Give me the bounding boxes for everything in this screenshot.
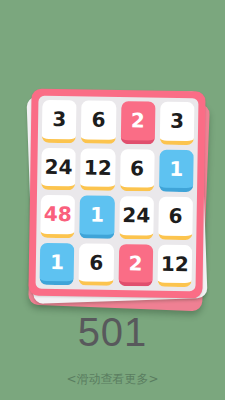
tile-1: 1 bbox=[40, 242, 75, 285]
tile-grid: 362324126148124616212 bbox=[35, 96, 198, 291]
tile-6: 6 bbox=[158, 197, 193, 240]
game-board[interactable]: 362324126148124616212 bbox=[28, 89, 205, 299]
tile-48: 48 bbox=[40, 195, 75, 238]
tile-12: 12 bbox=[80, 148, 115, 191]
tile-6: 6 bbox=[79, 243, 114, 286]
tile-6: 6 bbox=[81, 100, 116, 143]
tile-3: 3 bbox=[160, 102, 195, 145]
tile-24: 24 bbox=[119, 196, 154, 239]
tile-1: 1 bbox=[159, 149, 194, 192]
board-stack: 362324126148124616212 bbox=[30, 90, 204, 297]
tile-12: 12 bbox=[157, 244, 192, 287]
tile-6: 6 bbox=[120, 149, 155, 192]
tile-3: 3 bbox=[42, 100, 77, 143]
swipe-hint-text: <滑动查看更多> bbox=[0, 371, 225, 388]
tile-2: 2 bbox=[118, 244, 153, 287]
tile-24: 24 bbox=[41, 147, 76, 190]
tile-1: 1 bbox=[80, 195, 115, 238]
score-text: 501 bbox=[0, 310, 225, 354]
game-screen: 362324126148124616212 501 <滑动查看更多> bbox=[0, 0, 225, 400]
tile-2: 2 bbox=[120, 101, 155, 144]
